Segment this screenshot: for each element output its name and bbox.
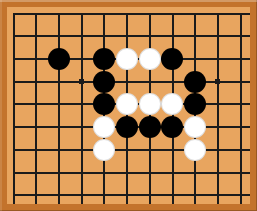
intersection[interactable] <box>2 116 25 139</box>
intersection[interactable] <box>48 93 71 116</box>
intersection[interactable] <box>206 116 229 139</box>
intersection[interactable] <box>2 138 25 161</box>
intersection[interactable] <box>25 161 48 184</box>
intersection-grid <box>2 2 252 206</box>
intersection[interactable] <box>138 2 161 25</box>
intersection[interactable] <box>2 25 25 48</box>
star-point <box>215 79 220 84</box>
intersection[interactable] <box>229 184 252 207</box>
intersection[interactable] <box>138 116 161 139</box>
intersection[interactable] <box>138 48 161 71</box>
intersection[interactable] <box>116 116 139 139</box>
intersection[interactable] <box>48 25 71 48</box>
intersection[interactable] <box>184 138 207 161</box>
intersection[interactable] <box>70 70 93 93</box>
intersection[interactable] <box>48 161 71 184</box>
go-diagram <box>0 0 257 211</box>
intersection[interactable] <box>184 70 207 93</box>
intersection[interactable] <box>70 184 93 207</box>
black-stone <box>93 48 115 70</box>
intersection[interactable] <box>116 184 139 207</box>
intersection[interactable] <box>25 48 48 71</box>
white-stone <box>184 139 206 161</box>
intersection[interactable] <box>229 70 252 93</box>
intersection[interactable] <box>93 48 116 71</box>
intersection[interactable] <box>229 2 252 25</box>
intersection[interactable] <box>25 116 48 139</box>
intersection[interactable] <box>70 138 93 161</box>
intersection[interactable] <box>161 138 184 161</box>
intersection[interactable] <box>2 184 25 207</box>
intersection[interactable] <box>116 2 139 25</box>
intersection[interactable] <box>116 161 139 184</box>
intersection[interactable] <box>25 25 48 48</box>
black-stone <box>116 116 138 138</box>
intersection[interactable] <box>93 161 116 184</box>
intersection[interactable] <box>138 25 161 48</box>
intersection[interactable] <box>116 70 139 93</box>
intersection[interactable] <box>25 184 48 207</box>
black-stone <box>184 93 206 115</box>
intersection[interactable] <box>229 116 252 139</box>
white-stone <box>184 116 206 138</box>
intersection[interactable] <box>25 93 48 116</box>
intersection[interactable] <box>206 184 229 207</box>
intersection[interactable] <box>93 184 116 207</box>
intersection[interactable] <box>2 93 25 116</box>
intersection[interactable] <box>138 184 161 207</box>
black-stone <box>48 48 70 70</box>
intersection[interactable] <box>48 2 71 25</box>
intersection[interactable] <box>48 184 71 207</box>
intersection[interactable] <box>206 93 229 116</box>
white-stone <box>93 139 115 161</box>
intersection[interactable] <box>93 93 116 116</box>
intersection[interactable] <box>70 93 93 116</box>
intersection[interactable] <box>206 138 229 161</box>
black-stone <box>93 71 115 93</box>
black-stone <box>161 48 183 70</box>
intersection[interactable] <box>116 93 139 116</box>
white-stone <box>116 48 138 70</box>
intersection[interactable] <box>229 93 252 116</box>
intersection[interactable] <box>70 116 93 139</box>
intersection[interactable] <box>116 25 139 48</box>
intersection[interactable] <box>184 25 207 48</box>
intersection[interactable] <box>138 93 161 116</box>
go-board <box>7 7 250 204</box>
intersection[interactable] <box>25 138 48 161</box>
intersection[interactable] <box>2 70 25 93</box>
black-stone <box>139 116 161 138</box>
white-stone <box>139 48 161 70</box>
intersection[interactable] <box>184 161 207 184</box>
intersection[interactable] <box>229 161 252 184</box>
white-stone <box>139 93 161 115</box>
intersection[interactable] <box>184 2 207 25</box>
intersection[interactable] <box>161 184 184 207</box>
intersection[interactable] <box>184 116 207 139</box>
intersection[interactable] <box>2 48 25 71</box>
intersection[interactable] <box>206 25 229 48</box>
intersection[interactable] <box>206 70 229 93</box>
intersection[interactable] <box>138 138 161 161</box>
intersection[interactable] <box>48 138 71 161</box>
intersection[interactable] <box>184 184 207 207</box>
intersection[interactable] <box>93 70 116 93</box>
intersection[interactable] <box>70 25 93 48</box>
intersection[interactable] <box>161 161 184 184</box>
intersection[interactable] <box>25 2 48 25</box>
intersection[interactable] <box>48 70 71 93</box>
star-point <box>79 79 84 84</box>
intersection[interactable] <box>229 138 252 161</box>
intersection[interactable] <box>93 138 116 161</box>
intersection[interactable] <box>25 70 48 93</box>
intersection[interactable] <box>93 25 116 48</box>
intersection[interactable] <box>70 2 93 25</box>
intersection[interactable] <box>70 48 93 71</box>
intersection[interactable] <box>2 2 25 25</box>
black-stone <box>161 116 183 138</box>
intersection[interactable] <box>206 161 229 184</box>
intersection[interactable] <box>116 48 139 71</box>
black-stone <box>93 93 115 115</box>
intersection[interactable] <box>206 2 229 25</box>
intersection[interactable] <box>48 116 71 139</box>
intersection[interactable] <box>161 25 184 48</box>
white-stone <box>116 93 138 115</box>
intersection[interactable] <box>161 93 184 116</box>
intersection[interactable] <box>161 48 184 71</box>
intersection[interactable] <box>161 2 184 25</box>
intersection[interactable] <box>48 48 71 71</box>
white-stone <box>161 93 183 115</box>
intersection[interactable] <box>138 161 161 184</box>
intersection[interactable] <box>229 48 252 71</box>
intersection[interactable] <box>138 70 161 93</box>
black-stone <box>184 71 206 93</box>
intersection[interactable] <box>229 25 252 48</box>
intersection[interactable] <box>2 161 25 184</box>
intersection[interactable] <box>161 70 184 93</box>
intersection[interactable] <box>93 2 116 25</box>
intersection[interactable] <box>70 161 93 184</box>
intersection[interactable] <box>184 93 207 116</box>
white-stone <box>93 116 115 138</box>
intersection[interactable] <box>116 138 139 161</box>
intersection[interactable] <box>93 116 116 139</box>
intersection[interactable] <box>206 48 229 71</box>
intersection[interactable] <box>161 116 184 139</box>
intersection[interactable] <box>184 48 207 71</box>
